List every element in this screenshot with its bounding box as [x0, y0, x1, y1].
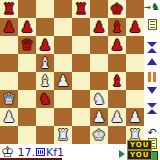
square-a1[interactable] [0, 126, 18, 144]
square-a3[interactable]: ♛ [0, 90, 18, 108]
square-g1[interactable] [108, 126, 126, 144]
white-pawn: ♟ [56, 74, 69, 89]
square-g2[interactable]: ♟ [108, 108, 126, 126]
black-pawn: ♟ [38, 38, 51, 53]
square-b1[interactable] [18, 126, 36, 144]
white-king: ♚ [92, 128, 105, 143]
pause-icon[interactable] [144, 72, 160, 82]
square-f3[interactable]: ♞ [90, 90, 108, 108]
square-b2[interactable] [18, 108, 36, 126]
square-h5[interactable] [126, 54, 144, 72]
square-c2[interactable] [36, 108, 54, 126]
square-h6[interactable] [126, 36, 144, 54]
black-bishop: ♝ [110, 20, 123, 35]
square-a8[interactable]: ♜ [0, 0, 18, 18]
square-d1[interactable]: ♜ [54, 126, 72, 144]
hint-knight-icon[interactable] [144, 2, 160, 12]
square-c8[interactable] [36, 0, 54, 18]
square-d8[interactable] [54, 0, 72, 18]
square-f1[interactable]: ♚ [90, 126, 108, 144]
square-g7[interactable]: ♝ [108, 18, 126, 36]
square-c5[interactable]: ♝ [36, 54, 54, 72]
black-pawn: ♟ [2, 20, 15, 35]
square-e6[interactable] [72, 36, 90, 54]
move-number: 17. [17, 146, 35, 159]
white-bishop: ♝ [38, 56, 51, 71]
square-e1[interactable] [72, 126, 90, 144]
step-forward-icon[interactable] [144, 87, 160, 94]
move-list-glyph [148, 19, 157, 30]
square-a5[interactable] [0, 54, 18, 72]
square-h4[interactable] [126, 72, 144, 90]
step-back-icon[interactable] [144, 58, 160, 65]
square-f6[interactable] [90, 36, 108, 54]
square-d4[interactable]: ♟ [54, 72, 72, 90]
black-rook: ♜ [2, 2, 15, 17]
move-text: Kf1 [46, 146, 64, 159]
square-c4[interactable]: ♝ [36, 72, 54, 90]
square-h7[interactable]: ♟ [126, 18, 144, 36]
square-g4[interactable]: ♝ [108, 72, 126, 90]
square-e8[interactable]: ♜ [72, 0, 90, 18]
turn-badge-top: YOU [127, 140, 152, 150]
square-e7[interactable] [72, 18, 90, 36]
black-rook: ♜ [74, 2, 87, 17]
skip-start-glyph [147, 42, 157, 53]
square-a4[interactable] [0, 72, 18, 90]
square-g6[interactable]: ♟ [108, 36, 126, 54]
black-bishop: ♝ [110, 74, 123, 89]
square-h2[interactable]: ♟ [126, 108, 144, 126]
square-g5[interactable] [108, 54, 126, 72]
white-pawn: ♟ [110, 110, 123, 125]
pause-glyph [148, 72, 156, 82]
turn-badge-bottom: YOU [127, 150, 152, 160]
black-queen: ♛ [20, 38, 33, 53]
black-pawn: ♟ [92, 20, 105, 35]
square-c1[interactable] [36, 126, 54, 144]
sidebar [144, 0, 160, 160]
chess-app-screen: ♜♜♚♟♟♟♝♟♛♟♟♝♝♟♝♛♞♞♟♟♟♟♜♚♜ 17. Kf1 YOU YO… [0, 0, 160, 160]
step-forward-glyph [147, 87, 157, 94]
square-d6[interactable] [54, 36, 72, 54]
square-e3[interactable] [72, 90, 90, 108]
move-display: 17. Kf1 [17, 146, 64, 159]
square-b4[interactable] [18, 72, 36, 90]
square-b5[interactable] [18, 54, 36, 72]
square-f8[interactable] [90, 0, 108, 18]
square-d2[interactable] [54, 108, 72, 126]
black-pawn: ♟ [128, 20, 141, 35]
square-f4[interactable] [90, 72, 108, 90]
move-list-icon[interactable] [144, 19, 160, 30]
white-pawn: ♟ [128, 110, 141, 125]
square-a6[interactable] [0, 36, 18, 54]
square-d5[interactable] [54, 54, 72, 72]
square-c7[interactable] [36, 18, 54, 36]
square-f5[interactable] [90, 54, 108, 72]
square-b8[interactable] [18, 0, 36, 18]
white-bishop: ♝ [38, 74, 51, 89]
white-knight: ♞ [92, 92, 105, 107]
black-knight: ♞ [38, 92, 51, 107]
square-e5[interactable] [72, 54, 90, 72]
black-pawn: ♟ [110, 38, 123, 53]
square-b6[interactable]: ♛ [18, 36, 36, 54]
skip-end-icon[interactable] [144, 103, 160, 114]
square-a7[interactable]: ♟ [0, 18, 18, 36]
square-f7[interactable]: ♟ [90, 18, 108, 36]
white-pawn: ♟ [2, 110, 15, 125]
chess-board: ♜♜♚♟♟♟♝♟♛♟♟♝♝♟♝♛♞♞♟♟♟♟♜♚♜ [0, 0, 144, 144]
square-b7[interactable]: ♟ [18, 18, 36, 36]
black-king: ♚ [110, 2, 123, 17]
square-c6[interactable]: ♟ [36, 36, 54, 54]
square-g8[interactable]: ♚ [108, 0, 126, 18]
square-b3[interactable] [18, 90, 36, 108]
hint-knight-glyph [144, 2, 160, 12]
turn-arrow-icon [119, 150, 125, 158]
square-d7[interactable] [54, 18, 72, 36]
bottom-divider [0, 158, 62, 160]
square-d3[interactable] [54, 90, 72, 108]
skip-end-glyph [147, 103, 157, 114]
square-g3[interactable] [108, 90, 126, 108]
white-rook: ♜ [56, 128, 69, 143]
square-h8[interactable] [126, 0, 144, 18]
square-e4[interactable] [72, 72, 90, 90]
step-back-glyph [147, 58, 157, 65]
square-a2[interactable]: ♟ [0, 108, 18, 126]
square-h3[interactable] [126, 90, 144, 108]
white-queen: ♛ [2, 92, 15, 107]
square-c3[interactable]: ♞ [36, 90, 54, 108]
square-f2[interactable]: ♟ [90, 108, 108, 126]
black-pawn: ♟ [20, 20, 33, 35]
board-icon [36, 148, 45, 156]
white-pawn: ♟ [92, 110, 105, 125]
square-e2[interactable] [72, 108, 90, 126]
skip-start-icon[interactable] [144, 42, 160, 53]
